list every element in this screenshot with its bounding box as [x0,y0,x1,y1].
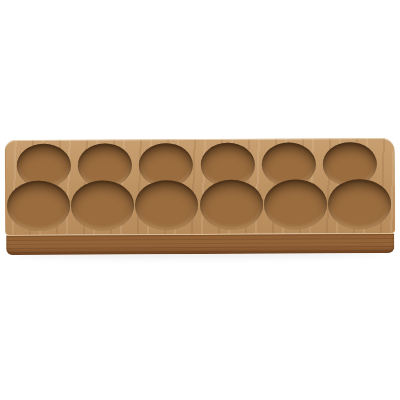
pit-r2-c1[interactable] [7,181,70,231]
pit-r2-c3[interactable] [135,180,198,230]
pit-r2-c2[interactable] [71,180,134,230]
pit-r2-c4[interactable] [199,180,262,230]
photo-background [0,0,400,400]
board-top-surface [5,138,395,235]
pit-r2-c5[interactable] [264,179,327,229]
pit-r2-c6[interactable] [328,179,391,229]
mancala-board [5,138,396,256]
pit-row-front [7,179,391,231]
board-front-edge [6,233,394,255]
